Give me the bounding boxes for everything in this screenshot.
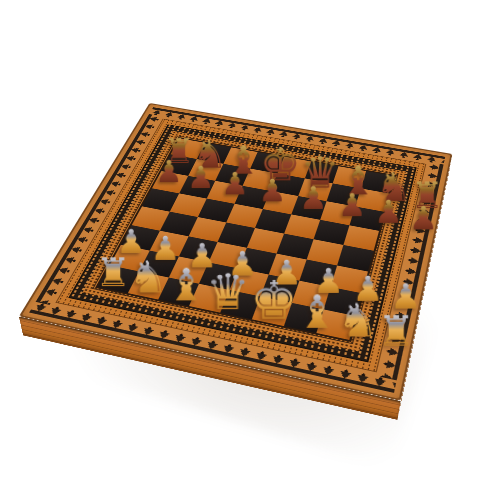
square-h4[interactable] bbox=[337, 245, 374, 272]
product-photo-scene: ♜♞♝♚♛♝♞♜♟♟♟♟♟♟♟♟♟♟♟♟♟♟♟♟♜♞♝♛♚♝♞♜ bbox=[0, 0, 480, 480]
square-f4[interactable] bbox=[277, 234, 314, 260]
square-d1[interactable] bbox=[189, 284, 229, 313]
square-g4[interactable] bbox=[307, 239, 344, 265]
square-a2[interactable] bbox=[110, 245, 150, 272]
square-f2[interactable] bbox=[260, 275, 299, 303]
square-c2[interactable] bbox=[169, 256, 209, 283]
square-d3[interactable] bbox=[208, 242, 246, 268]
square-a1[interactable] bbox=[98, 265, 139, 293]
square-a3[interactable] bbox=[121, 225, 160, 250]
square-e3[interactable] bbox=[238, 248, 276, 275]
square-f3[interactable] bbox=[269, 254, 307, 281]
square-g2[interactable] bbox=[292, 281, 331, 310]
square-h5[interactable] bbox=[343, 225, 379, 250]
square-e5[interactable] bbox=[255, 209, 291, 234]
square-g1[interactable] bbox=[284, 303, 324, 333]
square-g5[interactable] bbox=[314, 220, 350, 245]
square-b3[interactable] bbox=[150, 231, 189, 257]
square-d4[interactable] bbox=[218, 222, 255, 247]
square-f1[interactable] bbox=[252, 296, 292, 326]
square-b1[interactable] bbox=[128, 271, 169, 299]
square-e2[interactable] bbox=[230, 268, 269, 296]
square-h2[interactable] bbox=[324, 287, 362, 316]
square-f5[interactable] bbox=[284, 214, 320, 239]
square-d2[interactable] bbox=[199, 262, 238, 290]
square-g3[interactable] bbox=[299, 260, 337, 287]
square-c3[interactable] bbox=[179, 236, 218, 262]
square-c1[interactable] bbox=[158, 278, 199, 307]
square-h3[interactable] bbox=[331, 265, 368, 293]
square-e1[interactable] bbox=[220, 290, 260, 319]
square-b2[interactable] bbox=[139, 251, 179, 278]
square-e4[interactable] bbox=[247, 228, 284, 254]
square-h1[interactable] bbox=[316, 309, 355, 340]
